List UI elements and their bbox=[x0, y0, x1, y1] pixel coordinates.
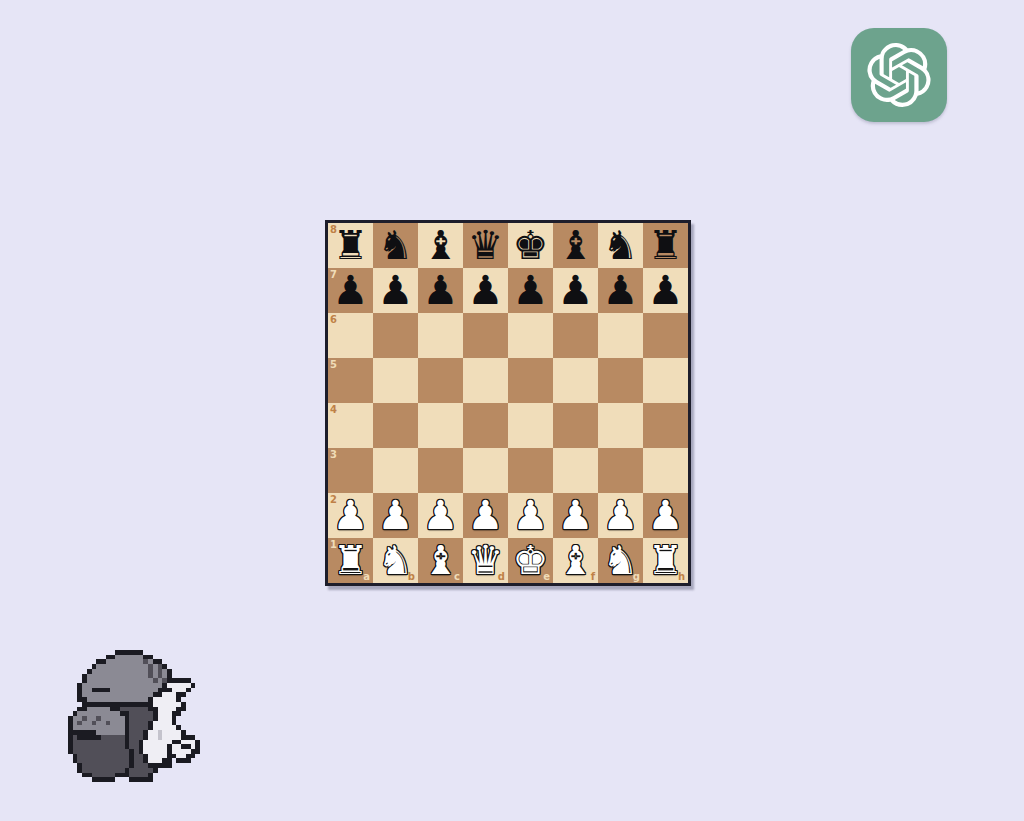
square-c2[interactable]: ♟ bbox=[418, 493, 463, 538]
square-g5[interactable] bbox=[598, 358, 643, 403]
square-g2[interactable]: ♟ bbox=[598, 493, 643, 538]
piece-black-pawn: ♟ bbox=[603, 268, 639, 313]
square-d6[interactable] bbox=[463, 313, 508, 358]
square-f7[interactable]: ♟ bbox=[553, 268, 598, 313]
square-h3[interactable] bbox=[643, 448, 688, 493]
square-g8[interactable]: ♞ bbox=[598, 223, 643, 268]
square-e6[interactable] bbox=[508, 313, 553, 358]
page-background: { "page": { "background": "#e6e5f6" }, "… bbox=[0, 0, 1024, 821]
square-b4[interactable] bbox=[373, 403, 418, 448]
piece-white-knight: ♞ bbox=[603, 538, 639, 583]
piece-white-pawn: ♟ bbox=[558, 493, 594, 538]
piece-black-pawn: ♟ bbox=[648, 268, 684, 313]
piece-white-knight: ♞ bbox=[378, 538, 414, 583]
square-b7[interactable]: ♟ bbox=[373, 268, 418, 313]
chess-board-frame: 8♜♞♝♛♚♝♞♜7♟♟♟♟♟♟♟♟65432♟♟♟♟♟♟♟♟1a♜b♞c♝d♛… bbox=[325, 220, 691, 586]
square-d7[interactable]: ♟ bbox=[463, 268, 508, 313]
square-f1[interactable]: f♝ bbox=[553, 538, 598, 583]
square-g7[interactable]: ♟ bbox=[598, 268, 643, 313]
square-f5[interactable] bbox=[553, 358, 598, 403]
piece-white-rook: ♜ bbox=[333, 538, 369, 583]
piece-black-pawn: ♟ bbox=[333, 268, 369, 313]
piece-black-king: ♚ bbox=[513, 223, 549, 268]
square-f2[interactable]: ♟ bbox=[553, 493, 598, 538]
rank-label-6: 6 bbox=[330, 315, 337, 325]
square-e7[interactable]: ♟ bbox=[508, 268, 553, 313]
square-f8[interactable]: ♝ bbox=[553, 223, 598, 268]
piece-white-pawn: ♟ bbox=[423, 493, 459, 538]
square-g4[interactable] bbox=[598, 403, 643, 448]
piece-black-rook: ♜ bbox=[333, 223, 369, 268]
rank-label-3: 3 bbox=[330, 450, 337, 460]
piece-black-pawn: ♟ bbox=[423, 268, 459, 313]
square-e4[interactable] bbox=[508, 403, 553, 448]
piece-black-queen: ♛ bbox=[468, 223, 504, 268]
chess-board[interactable]: 8♜♞♝♛♚♝♞♜7♟♟♟♟♟♟♟♟65432♟♟♟♟♟♟♟♟1a♜b♞c♝d♛… bbox=[328, 223, 688, 583]
square-b6[interactable] bbox=[373, 313, 418, 358]
piece-black-bishop: ♝ bbox=[423, 223, 459, 268]
square-a6[interactable]: 6 bbox=[328, 313, 373, 358]
openai-knot-icon bbox=[867, 43, 931, 107]
square-c8[interactable]: ♝ bbox=[418, 223, 463, 268]
square-c6[interactable] bbox=[418, 313, 463, 358]
square-e1[interactable]: e♚ bbox=[508, 538, 553, 583]
square-d1[interactable]: d♛ bbox=[463, 538, 508, 583]
square-d3[interactable] bbox=[463, 448, 508, 493]
square-a8[interactable]: 8♜ bbox=[328, 223, 373, 268]
square-d4[interactable] bbox=[463, 403, 508, 448]
square-e3[interactable] bbox=[508, 448, 553, 493]
square-f4[interactable] bbox=[553, 403, 598, 448]
piece-white-pawn: ♟ bbox=[603, 493, 639, 538]
square-c3[interactable] bbox=[418, 448, 463, 493]
piece-white-pawn: ♟ bbox=[468, 493, 504, 538]
square-c1[interactable]: c♝ bbox=[418, 538, 463, 583]
square-g1[interactable]: g♞ bbox=[598, 538, 643, 583]
square-h6[interactable] bbox=[643, 313, 688, 358]
piece-black-pawn: ♟ bbox=[378, 268, 414, 313]
piece-black-knight: ♞ bbox=[603, 223, 639, 268]
piece-white-rook: ♜ bbox=[648, 538, 684, 583]
piece-white-bishop: ♝ bbox=[423, 538, 459, 583]
piece-white-king: ♚ bbox=[513, 538, 549, 583]
square-e5[interactable] bbox=[508, 358, 553, 403]
square-h8[interactable]: ♜ bbox=[643, 223, 688, 268]
square-a2[interactable]: 2♟ bbox=[328, 493, 373, 538]
square-b8[interactable]: ♞ bbox=[373, 223, 418, 268]
square-b5[interactable] bbox=[373, 358, 418, 403]
square-g3[interactable] bbox=[598, 448, 643, 493]
square-h1[interactable]: h♜ bbox=[643, 538, 688, 583]
piece-black-rook: ♜ bbox=[648, 223, 684, 268]
square-h2[interactable]: ♟ bbox=[643, 493, 688, 538]
square-a4[interactable]: 4 bbox=[328, 403, 373, 448]
piece-white-pawn: ♟ bbox=[513, 493, 549, 538]
square-g6[interactable] bbox=[598, 313, 643, 358]
square-a5[interactable]: 5 bbox=[328, 358, 373, 403]
piece-white-pawn: ♟ bbox=[378, 493, 414, 538]
square-a7[interactable]: 7♟ bbox=[328, 268, 373, 313]
square-h5[interactable] bbox=[643, 358, 688, 403]
pixel-trainer-sprite bbox=[68, 650, 200, 782]
square-b1[interactable]: b♞ bbox=[373, 538, 418, 583]
square-d2[interactable]: ♟ bbox=[463, 493, 508, 538]
square-f3[interactable] bbox=[553, 448, 598, 493]
piece-white-queen: ♛ bbox=[468, 538, 504, 583]
piece-white-pawn: ♟ bbox=[648, 493, 684, 538]
piece-black-pawn: ♟ bbox=[558, 268, 594, 313]
piece-black-bishop: ♝ bbox=[558, 223, 594, 268]
square-h4[interactable] bbox=[643, 403, 688, 448]
square-a3[interactable]: 3 bbox=[328, 448, 373, 493]
rank-label-5: 5 bbox=[330, 360, 337, 370]
piece-white-bishop: ♝ bbox=[558, 538, 594, 583]
square-a1[interactable]: 1a♜ bbox=[328, 538, 373, 583]
square-d5[interactable] bbox=[463, 358, 508, 403]
square-c4[interactable] bbox=[418, 403, 463, 448]
piece-black-pawn: ♟ bbox=[468, 268, 504, 313]
square-e2[interactable]: ♟ bbox=[508, 493, 553, 538]
square-f6[interactable] bbox=[553, 313, 598, 358]
square-h7[interactable]: ♟ bbox=[643, 268, 688, 313]
piece-black-knight: ♞ bbox=[378, 223, 414, 268]
piece-black-pawn: ♟ bbox=[513, 268, 549, 313]
square-e8[interactable]: ♚ bbox=[508, 223, 553, 268]
square-c5[interactable] bbox=[418, 358, 463, 403]
square-c7[interactable]: ♟ bbox=[418, 268, 463, 313]
rank-label-4: 4 bbox=[330, 405, 337, 415]
square-d8[interactable]: ♛ bbox=[463, 223, 508, 268]
piece-white-pawn: ♟ bbox=[333, 493, 369, 538]
square-b3[interactable] bbox=[373, 448, 418, 493]
openai-logo bbox=[851, 28, 947, 122]
square-b2[interactable]: ♟ bbox=[373, 493, 418, 538]
